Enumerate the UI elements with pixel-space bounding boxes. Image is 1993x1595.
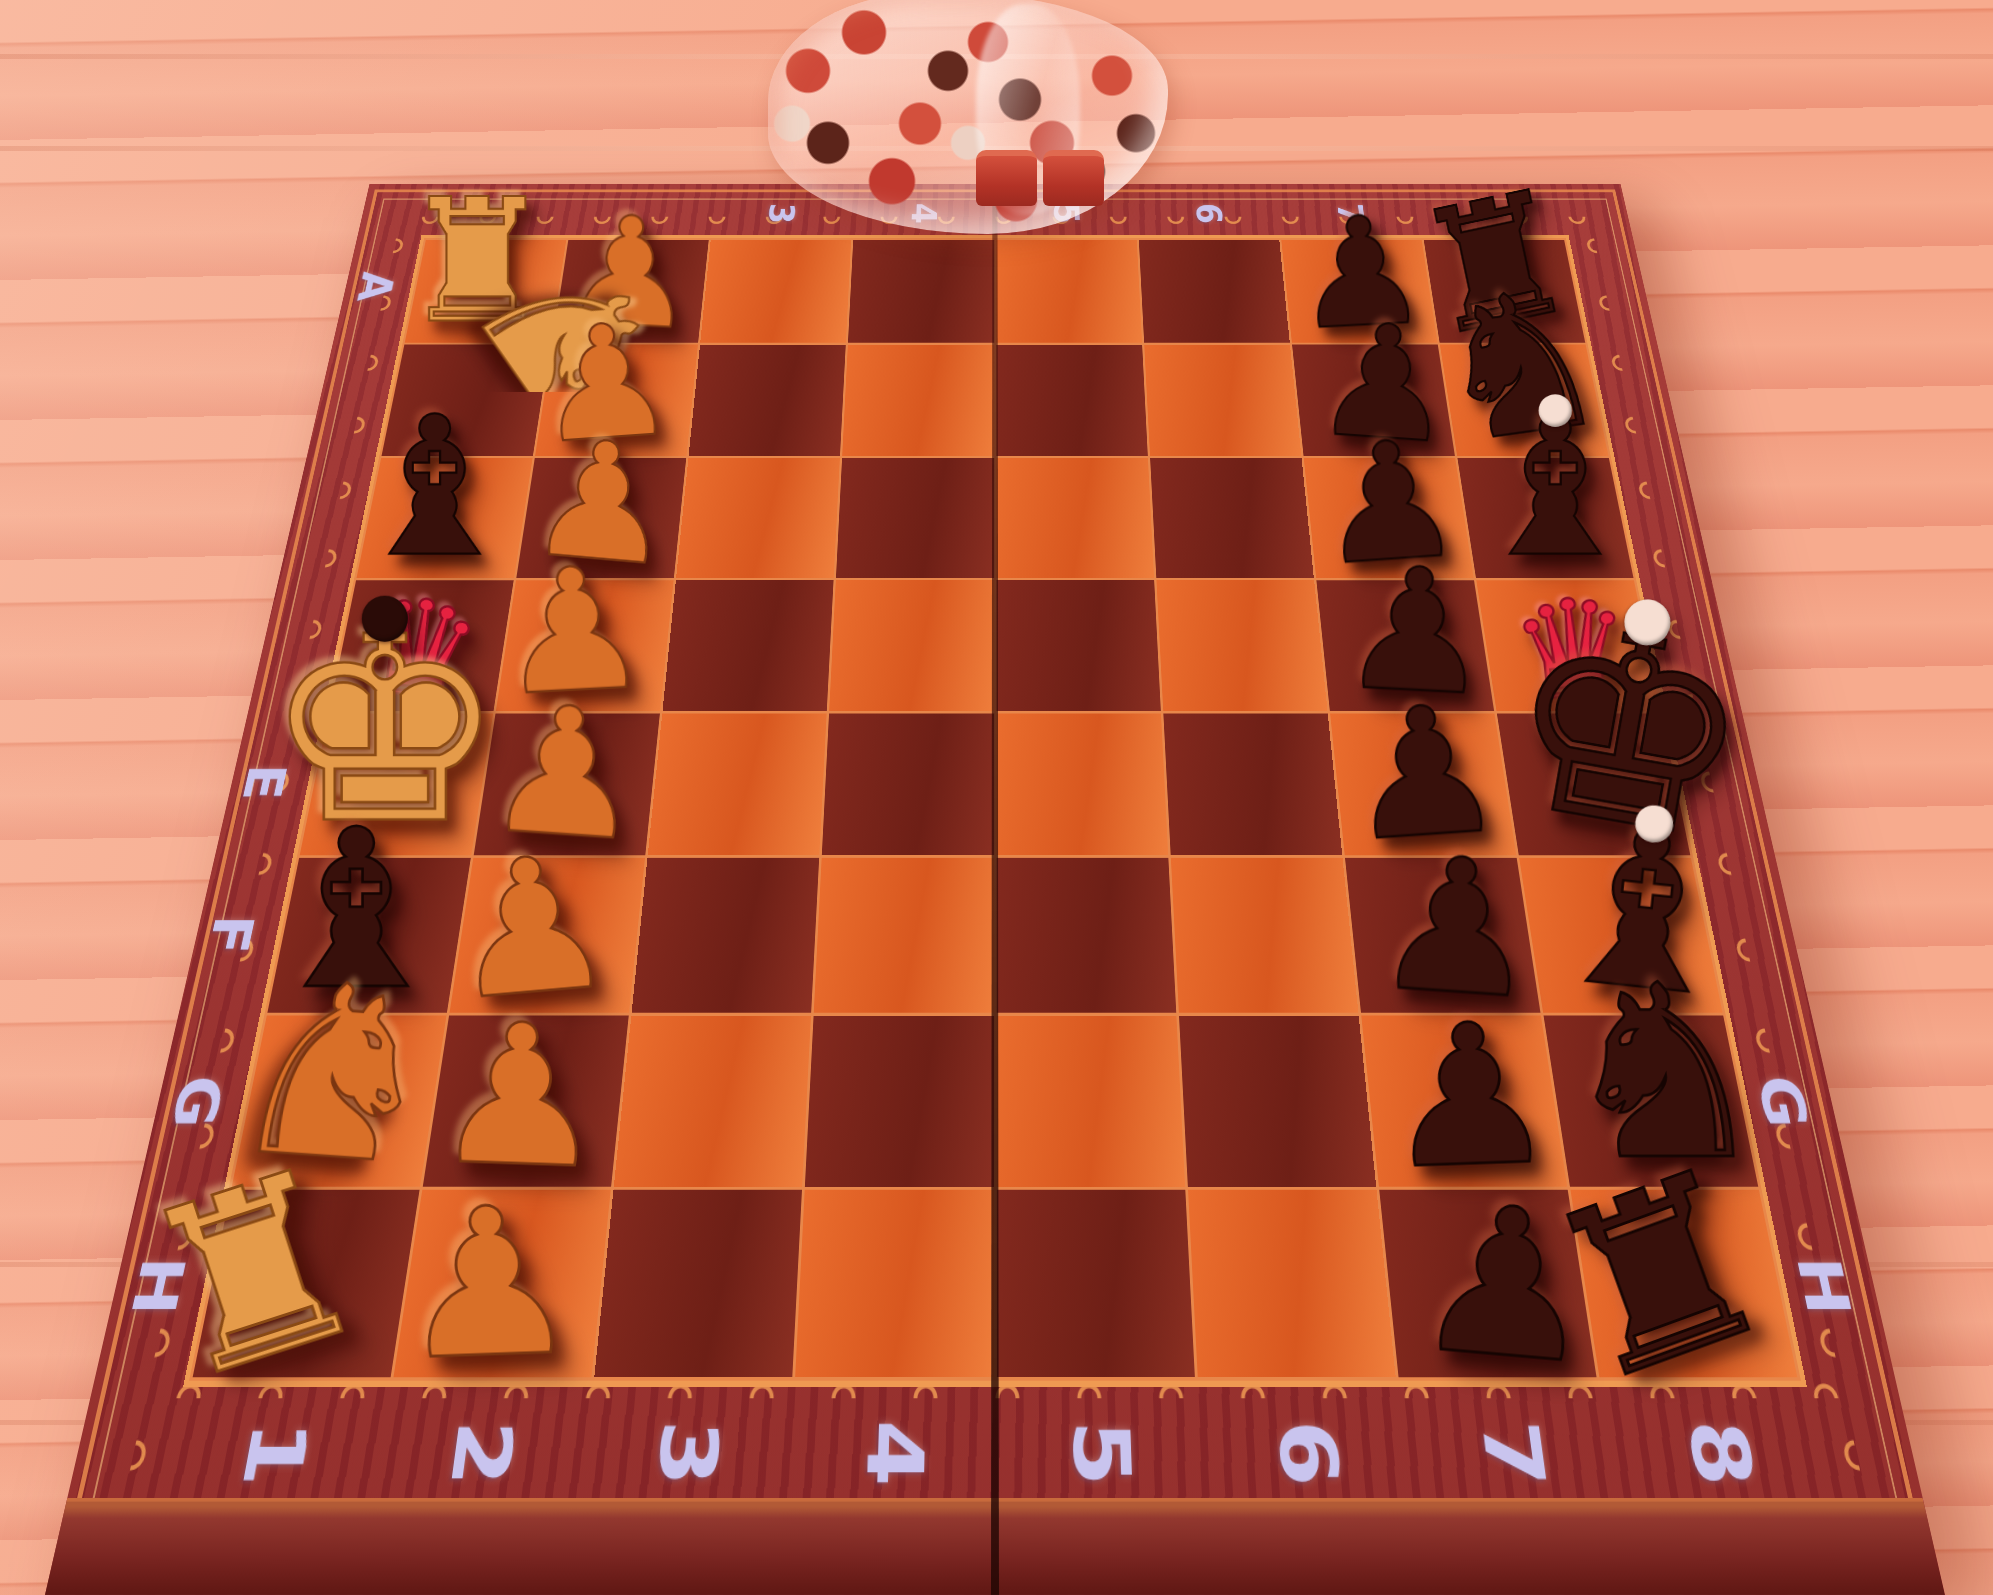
square-h1: ♜: [193, 1189, 420, 1377]
rank-label-bottom-5: 5: [1061, 1420, 1140, 1487]
dark-painted-finial: [361, 595, 407, 641]
square-g4: [805, 1016, 993, 1186]
square-a6: [1139, 240, 1290, 343]
square-d3: [663, 580, 834, 710]
file-label-left-E: E: [234, 763, 293, 799]
square-b6: [1144, 345, 1301, 456]
square-e5: [996, 713, 1168, 855]
square-d4: [829, 580, 993, 710]
square-c5: [996, 458, 1154, 578]
rank-label-bottom-6: 6: [1265, 1420, 1347, 1487]
square-h3: [595, 1189, 803, 1377]
white-painted-finial: [1621, 595, 1674, 648]
square-h5: [996, 1189, 1194, 1377]
square-b5: [996, 345, 1148, 456]
square-a3: [700, 240, 851, 343]
square-f5: [996, 858, 1176, 1013]
square-b3: [689, 345, 846, 456]
rank-label-top-3: 3: [763, 203, 799, 224]
fold-seam: [991, 184, 999, 1595]
square-g3: [614, 1016, 811, 1186]
square-e3: [648, 713, 827, 855]
square-b4: [842, 345, 994, 456]
square-h6: [1188, 1189, 1396, 1377]
rank-label-top-7: 7: [1332, 203, 1369, 224]
square-c4: [836, 458, 994, 578]
rank-label-top-6: 6: [1190, 203, 1226, 224]
rank-label-bottom-3: 3: [646, 1420, 728, 1487]
square-c6: [1150, 458, 1314, 578]
rank-label-bottom-1: 1: [229, 1420, 318, 1487]
rank-label-bottom-8: 8: [1675, 1420, 1764, 1487]
file-label-left-H: H: [121, 1256, 193, 1315]
square-a4: [848, 240, 994, 343]
rank-label-bottom-2: 2: [437, 1420, 523, 1487]
stacked-checkers: [976, 150, 1104, 206]
file-label-left-A: A: [350, 271, 400, 301]
board-scene: ♜♟♟♜♞♟♟♞♝♟♟♝♛♟♟♛♚♟♟♚♝♟♟♝♞♟♟♞♜♟♟♜ 3456712…: [45, 235, 1945, 1595]
photo-stage: Vintage folding wooden chess set, starti…: [0, 0, 1993, 1595]
chess-board: ♜♟♟♜♞♟♟♞♝♟♟♝♛♟♟♛♚♟♟♚♝♟♟♝♞♟♟♞♜♟♟♜ 3456712…: [45, 184, 1945, 1595]
file-label-right-H: H: [1787, 1256, 1859, 1315]
square-h2: ♟: [394, 1189, 611, 1377]
file-label-left-G: G: [163, 1075, 231, 1128]
light-pawn-h2: ♟: [393, 1178, 583, 1388]
file-label-left-F: F: [199, 914, 262, 954]
rank-label-bottom-4: 4: [854, 1420, 933, 1487]
square-h4: [795, 1189, 993, 1377]
square-f3: [632, 858, 820, 1013]
square-d6: [1156, 580, 1327, 710]
square-e4: [822, 713, 994, 855]
square-c3: [676, 458, 840, 578]
square-a5: [996, 240, 1142, 343]
white-painted-finial: [1634, 804, 1675, 845]
square-g6: [1179, 1016, 1376, 1186]
file-label-right-G: G: [1749, 1075, 1817, 1128]
square-f4: [814, 858, 994, 1013]
white-painted-finial: [1539, 394, 1572, 427]
square-e6: [1163, 713, 1342, 855]
square-h8: ♜: [1570, 1189, 1797, 1377]
rank-label-bottom-7: 7: [1470, 1420, 1556, 1487]
square-g5: [996, 1016, 1184, 1186]
square-d5: [996, 580, 1160, 710]
square-f6: [1171, 858, 1359, 1013]
square-g2: ♟: [423, 1016, 629, 1186]
